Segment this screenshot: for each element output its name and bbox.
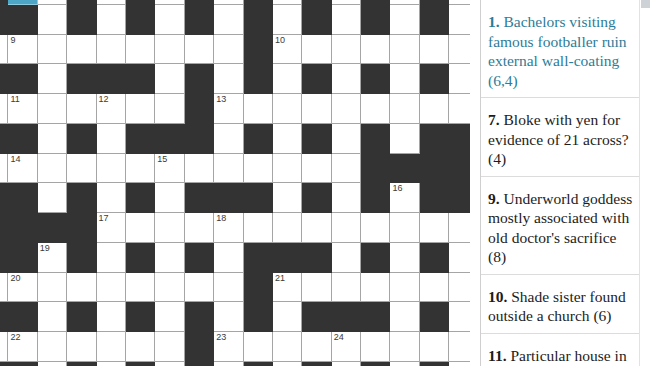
grid-cell-black [8, 302, 37, 332]
grid-cell-black [126, 5, 155, 35]
grid-cell[interactable] [449, 302, 470, 332]
grid-cell[interactable]: 18 [214, 213, 243, 243]
grid-cell[interactable] [449, 362, 470, 366]
grid-cell-black [302, 362, 331, 366]
grid-cell[interactable] [449, 5, 470, 35]
grid-cell-black [185, 124, 214, 154]
grid-cell[interactable] [97, 35, 126, 65]
grid-cell-black [185, 332, 214, 362]
cell-number: 11 [10, 94, 19, 105]
grid-cell[interactable]: 13 [214, 94, 243, 124]
grid-cell[interactable] [273, 332, 302, 362]
grid-cell-black [0, 5, 8, 35]
cell-number: 22 [10, 332, 20, 343]
grid-cell[interactable] [420, 213, 449, 243]
clue-text: Underworld goddess mostly associated wit… [488, 190, 632, 266]
grid-cell[interactable] [361, 94, 390, 124]
grid-cell[interactable] [97, 332, 126, 362]
grid-cell[interactable] [155, 213, 184, 243]
grid-cell[interactable] [155, 5, 184, 35]
grid-cell[interactable] [302, 35, 331, 65]
grid-cell-black [420, 154, 449, 184]
grid-cell[interactable]: 24 [332, 332, 361, 362]
grid-cell[interactable] [38, 64, 67, 94]
grid-cell-black [214, 183, 243, 213]
cell-number: 24 [334, 332, 344, 343]
grid-cell-black [126, 243, 155, 273]
grid-cell[interactable] [38, 302, 67, 332]
grid-cell[interactable] [155, 183, 184, 213]
grid-cell[interactable] [67, 35, 96, 65]
clue-number: 11. [488, 347, 507, 364]
grid-cell[interactable] [449, 35, 470, 65]
grid-cell-black [302, 302, 331, 332]
grid-cell[interactable] [390, 332, 419, 362]
clue-item-active[interactable]: 1. Bachelors visiting famous footballer … [481, 0, 639, 98]
grid-cell-black [0, 213, 8, 243]
grid-cell-black [302, 124, 331, 154]
clue-number: 7. [488, 111, 500, 128]
grid-cell[interactable] [155, 362, 184, 366]
clue-text: Shade sister found outside a church (6) [488, 288, 626, 325]
grid-cell-black [0, 64, 8, 94]
grid-cell-black [361, 124, 390, 154]
grid-cell-black [420, 5, 449, 35]
grid-cell-black [185, 94, 214, 124]
grid-cell[interactable]: 20 [8, 273, 37, 303]
grid-cell-black [361, 154, 390, 184]
grid-cell[interactable]: 16 [390, 183, 419, 213]
grid-cell[interactable] [332, 183, 361, 213]
grid-cell[interactable] [126, 332, 155, 362]
clue-text: Bachelors visiting famous footballer rui… [488, 13, 627, 89]
grid-cell[interactable] [185, 273, 214, 303]
clue-item[interactable]: 11. Particular house in warm and friendl… [481, 334, 639, 366]
grid-cell[interactable] [273, 94, 302, 124]
grid-cell-black [0, 124, 8, 154]
grid-cell[interactable] [273, 154, 302, 184]
grid-cell[interactable] [361, 332, 390, 362]
grid-cell-black [67, 213, 96, 243]
grid-cell[interactable] [155, 243, 184, 273]
grid-cell[interactable] [214, 5, 243, 35]
clue-item[interactable]: 9. Underworld goddess mostly associated … [481, 177, 639, 275]
grid-cell[interactable] [449, 243, 470, 273]
cell-number: 20 [10, 273, 20, 284]
grid-cell-black [185, 362, 214, 366]
grid-cell[interactable]: 19 [38, 243, 67, 273]
grid-cell[interactable] [390, 64, 419, 94]
grid-cell-black [420, 362, 449, 366]
cell-number: 15 [157, 154, 167, 165]
grid-cell[interactable] [155, 332, 184, 362]
cell-number: 12 [99, 94, 109, 105]
grid-cell[interactable] [97, 183, 126, 213]
grid-cell[interactable]: 11 [8, 94, 37, 124]
grid-cell[interactable]: 22 [8, 332, 37, 362]
grid-cell[interactable] [244, 154, 273, 184]
grid-cell[interactable] [302, 94, 331, 124]
crossword-grid-inner: 9101112131415161718192021222324 [0, 0, 470, 366]
grid-cell[interactable] [38, 183, 67, 213]
grid-cell[interactable] [214, 124, 243, 154]
grid-cell-black [67, 5, 96, 35]
grid-cell-black [155, 124, 184, 154]
grid-cell[interactable] [97, 362, 126, 366]
grid-cell[interactable] [361, 213, 390, 243]
grid-cell[interactable] [126, 273, 155, 303]
cell-number: 9 [10, 35, 15, 46]
grid-cell[interactable] [38, 362, 67, 366]
grid-cell-black [185, 5, 214, 35]
grid-cell-black [361, 243, 390, 273]
grid-cell[interactable] [449, 94, 470, 124]
grid-cell[interactable] [214, 154, 243, 184]
grid-cell-black [302, 5, 331, 35]
cell-number: 13 [216, 94, 226, 105]
grid-cell[interactable]: 12 [97, 94, 126, 124]
grid-cell-black [67, 64, 96, 94]
grid-cell[interactable] [126, 154, 155, 184]
grid-cell[interactable] [390, 362, 419, 366]
grid-cell[interactable]: 15 [155, 154, 184, 184]
grid-cell-black [449, 154, 470, 184]
grid-cell-black [67, 243, 96, 273]
grid-cell[interactable]: 23 [214, 332, 243, 362]
grid-cell-black [67, 124, 96, 154]
grid-cell[interactable] [0, 154, 8, 184]
grid-cell-black [244, 124, 273, 154]
grid-cell-black [0, 183, 8, 213]
grid-cell-black [8, 64, 37, 94]
grid-cell[interactable] [302, 273, 331, 303]
grid-cell-black [332, 302, 361, 332]
clue-text: Particular house in warm and friendly en… [488, 347, 627, 366]
grid-cell[interactable] [390, 35, 419, 65]
scrollbar-thumb[interactable] [641, 0, 650, 8]
grid-cell[interactable] [332, 243, 361, 273]
grid-cell[interactable] [273, 362, 302, 366]
grid-cell-black [420, 183, 449, 213]
grid-cell-black [185, 64, 214, 94]
grid-cell[interactable] [332, 362, 361, 366]
clues-panel: 1. Bachelors visiting famous footballer … [470, 0, 650, 366]
grid-cell-black [449, 183, 470, 213]
grid-cell[interactable] [449, 213, 470, 243]
grid-cell[interactable] [155, 273, 184, 303]
grid-cell[interactable] [244, 94, 273, 124]
grid-cell-black [0, 243, 8, 273]
clue-number: 9. [488, 190, 500, 207]
grid-cell[interactable] [0, 332, 8, 362]
grid-cell[interactable] [332, 35, 361, 65]
grid-cell-black [302, 64, 331, 94]
grid-cell[interactable] [0, 94, 8, 124]
scrollbar-track [641, 0, 650, 366]
grid-cell-black [126, 183, 155, 213]
grid-cell[interactable] [155, 94, 184, 124]
grid-cell[interactable] [97, 5, 126, 35]
grid-cell[interactable] [449, 332, 470, 362]
grid-cell[interactable] [302, 213, 331, 243]
grid-cell[interactable] [332, 273, 361, 303]
grid-cell[interactable]: 17 [97, 213, 126, 243]
grid-cell-black [420, 64, 449, 94]
grid-cell[interactable] [38, 154, 67, 184]
grid-cell-black [361, 183, 390, 213]
grid-cell-black [244, 243, 273, 273]
cell-number: 16 [392, 183, 402, 194]
grid-cell[interactable] [0, 35, 8, 65]
grid-cell-black [302, 183, 331, 213]
grid-cell-black [244, 362, 273, 366]
grid-cell[interactable] [38, 332, 67, 362]
grid-cell-black [244, 302, 273, 332]
grid-cell-black [244, 5, 273, 35]
grid-cell-black [390, 154, 419, 184]
grid-cell[interactable] [420, 35, 449, 65]
grid-cell-black [361, 362, 390, 366]
grid-cell[interactable] [273, 5, 302, 35]
grid-cell[interactable]: 21 [273, 273, 302, 303]
grid-cell[interactable] [273, 183, 302, 213]
grid-cell-black [361, 64, 390, 94]
grid-cell-black [0, 362, 8, 366]
grid-cell[interactable] [67, 94, 96, 124]
grid-cell[interactable] [0, 273, 8, 303]
grid-cell[interactable] [214, 35, 243, 65]
grid-cell[interactable] [332, 124, 361, 154]
grid-cell[interactable] [273, 124, 302, 154]
grid-cell[interactable] [390, 124, 419, 154]
grid-cell-black [273, 243, 302, 273]
grid-cell[interactable] [390, 273, 419, 303]
crossword-grid: 9101112131415161718192021222324 [0, 0, 470, 366]
grid-cell[interactable] [332, 5, 361, 35]
grid-cell[interactable] [390, 5, 419, 35]
grid-cell[interactable] [273, 213, 302, 243]
grid-cell-black [8, 5, 37, 35]
grid-cell-black [38, 213, 67, 243]
cell-number: 10 [275, 35, 285, 46]
grid-cell[interactable] [38, 124, 67, 154]
grid-cell[interactable] [214, 273, 243, 303]
cell-number: 17 [99, 213, 109, 224]
grid-cell-black [0, 302, 8, 332]
grid-cell[interactable] [38, 5, 67, 35]
grid-cell[interactable] [67, 154, 96, 184]
grid-cell[interactable] [185, 35, 214, 65]
grid-cell[interactable] [97, 273, 126, 303]
grid-cell[interactable] [332, 213, 361, 243]
grid-cell[interactable] [38, 35, 67, 65]
grid-cell[interactable] [361, 273, 390, 303]
grid-cell-black [244, 64, 273, 94]
grid-cell[interactable] [38, 94, 67, 124]
grid-cell-black [8, 362, 37, 366]
grid-cell[interactable] [38, 273, 67, 303]
grid-cell[interactable] [420, 273, 449, 303]
grid-cell[interactable] [97, 302, 126, 332]
grid-cell[interactable] [155, 35, 184, 65]
cell-number: 19 [40, 243, 50, 254]
clue-text: Bloke with yen for evidence of 21 across… [488, 111, 629, 167]
grid-cell[interactable] [390, 213, 419, 243]
grid-cell[interactable] [420, 332, 449, 362]
grid-cell-black [420, 243, 449, 273]
grid-cell[interactable] [126, 213, 155, 243]
grid-cell[interactable] [97, 243, 126, 273]
grid-cell[interactable] [332, 94, 361, 124]
clue-item[interactable]: 10. Shade sister found outside a church … [481, 275, 639, 334]
grid-cell-black [8, 183, 37, 213]
clue-item[interactable]: 7. Bloke with yen for evidence of 21 acr… [481, 98, 639, 177]
grid-cell-black [67, 183, 96, 213]
grid-cell-black [244, 183, 273, 213]
grid-cell[interactable] [390, 94, 419, 124]
grid-cell[interactable] [332, 154, 361, 184]
grid-cell[interactable] [214, 64, 243, 94]
grid-cell[interactable] [449, 64, 470, 94]
grid-cell[interactable] [126, 35, 155, 65]
grid-cell[interactable]: 10 [273, 35, 302, 65]
grid-cell[interactable]: 14 [8, 154, 37, 184]
grid-cell[interactable] [214, 243, 243, 273]
grid-cell-black [420, 124, 449, 154]
grid-cell[interactable] [390, 243, 419, 273]
grid-cell[interactable] [214, 362, 243, 366]
grid-cell-black [126, 124, 155, 154]
grid-cell-black [420, 302, 449, 332]
grid-cell[interactable] [67, 273, 96, 303]
clue-list: 1. Bachelors visiting famous footballer … [480, 0, 640, 366]
grid-cell[interactable] [273, 64, 302, 94]
grid-cell-black [8, 243, 37, 273]
grid-cell-black [361, 302, 390, 332]
grid-cell-black [302, 243, 331, 273]
grid-cell-black [8, 124, 37, 154]
grid-cell[interactable] [390, 302, 419, 332]
grid-cell-black [67, 362, 96, 366]
grid-cell[interactable] [97, 124, 126, 154]
grid-cell[interactable] [449, 273, 470, 303]
grid-cell[interactable] [185, 154, 214, 184]
grid-cell-black [67, 302, 96, 332]
grid-cell[interactable] [244, 213, 273, 243]
grid-cell-black [185, 302, 214, 332]
grid-cell[interactable] [214, 302, 243, 332]
grid-cell-black [449, 124, 470, 154]
grid-cell[interactable] [273, 302, 302, 332]
grid-cell[interactable] [302, 332, 331, 362]
grid-cell-black [126, 64, 155, 94]
crossword-app: 9101112131415161718192021222324 1. Bache… [0, 0, 650, 366]
grid-cell[interactable] [361, 35, 390, 65]
grid-cell[interactable] [67, 332, 96, 362]
grid-cell-black [126, 302, 155, 332]
grid-cell-black [361, 5, 390, 35]
grid-cell[interactable] [97, 154, 126, 184]
cell-number: 14 [10, 154, 20, 165]
cell-number: 18 [216, 213, 226, 224]
grid-cell[interactable] [420, 94, 449, 124]
grid-cell[interactable] [185, 213, 214, 243]
grid-cell[interactable] [126, 94, 155, 124]
grid-cell[interactable]: 9 [8, 35, 37, 65]
grid-cell-black [185, 243, 214, 273]
clue-number: 1. [488, 13, 500, 30]
clue-number: 10. [488, 288, 507, 305]
grid-cell-black [185, 183, 214, 213]
grid-cell[interactable] [155, 302, 184, 332]
grid-cell-black [244, 273, 273, 303]
grid-cell-black [8, 213, 37, 243]
grid-cell[interactable] [302, 154, 331, 184]
grid-cell[interactable] [244, 332, 273, 362]
cell-number: 23 [216, 332, 226, 343]
grid-cell-black [244, 35, 273, 65]
grid-cell[interactable] [155, 64, 184, 94]
grid-cell-black [97, 64, 126, 94]
grid-cell-black [126, 362, 155, 366]
cell-number: 21 [275, 273, 285, 284]
grid-cell[interactable] [332, 64, 361, 94]
